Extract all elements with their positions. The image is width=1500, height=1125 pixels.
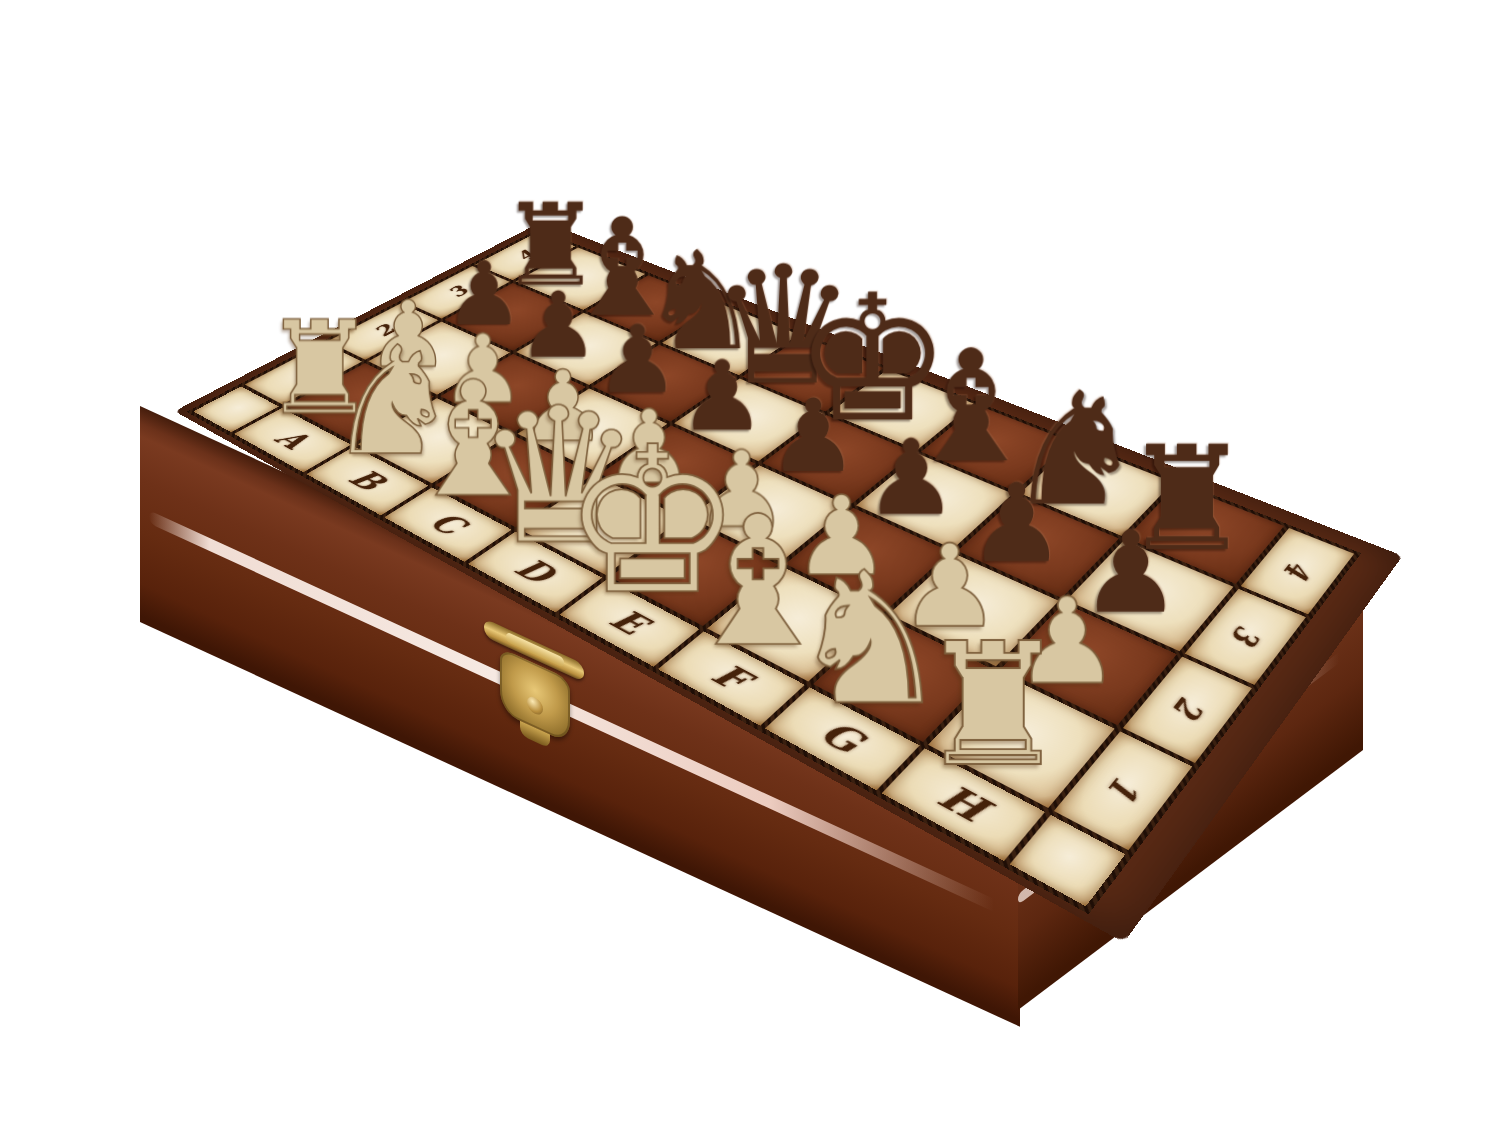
rank-label-right-2-text: 2 (1164, 692, 1214, 724)
rank-label-right-3: 3 (1185, 589, 1306, 685)
rank-label-right-4: 4 (1241, 528, 1354, 614)
wooden-chess-box-photo: 4♜♝♞♛♚♝♞♜43♟♟♟♟♟♟♟♟32♟♟♟♟♟♟♟♟21♜♞♝♛♚♝♞♜1… (0, 0, 1500, 1125)
rank-label-right-4-text: 4 (1276, 557, 1321, 583)
piece-light-rook-h1: ♜ (918, 621, 1070, 791)
rank-label-right-3-text: 3 (1223, 621, 1270, 650)
brass-latch-icon (492, 622, 578, 766)
rank-label-right-1-text: 1 (1098, 771, 1150, 807)
